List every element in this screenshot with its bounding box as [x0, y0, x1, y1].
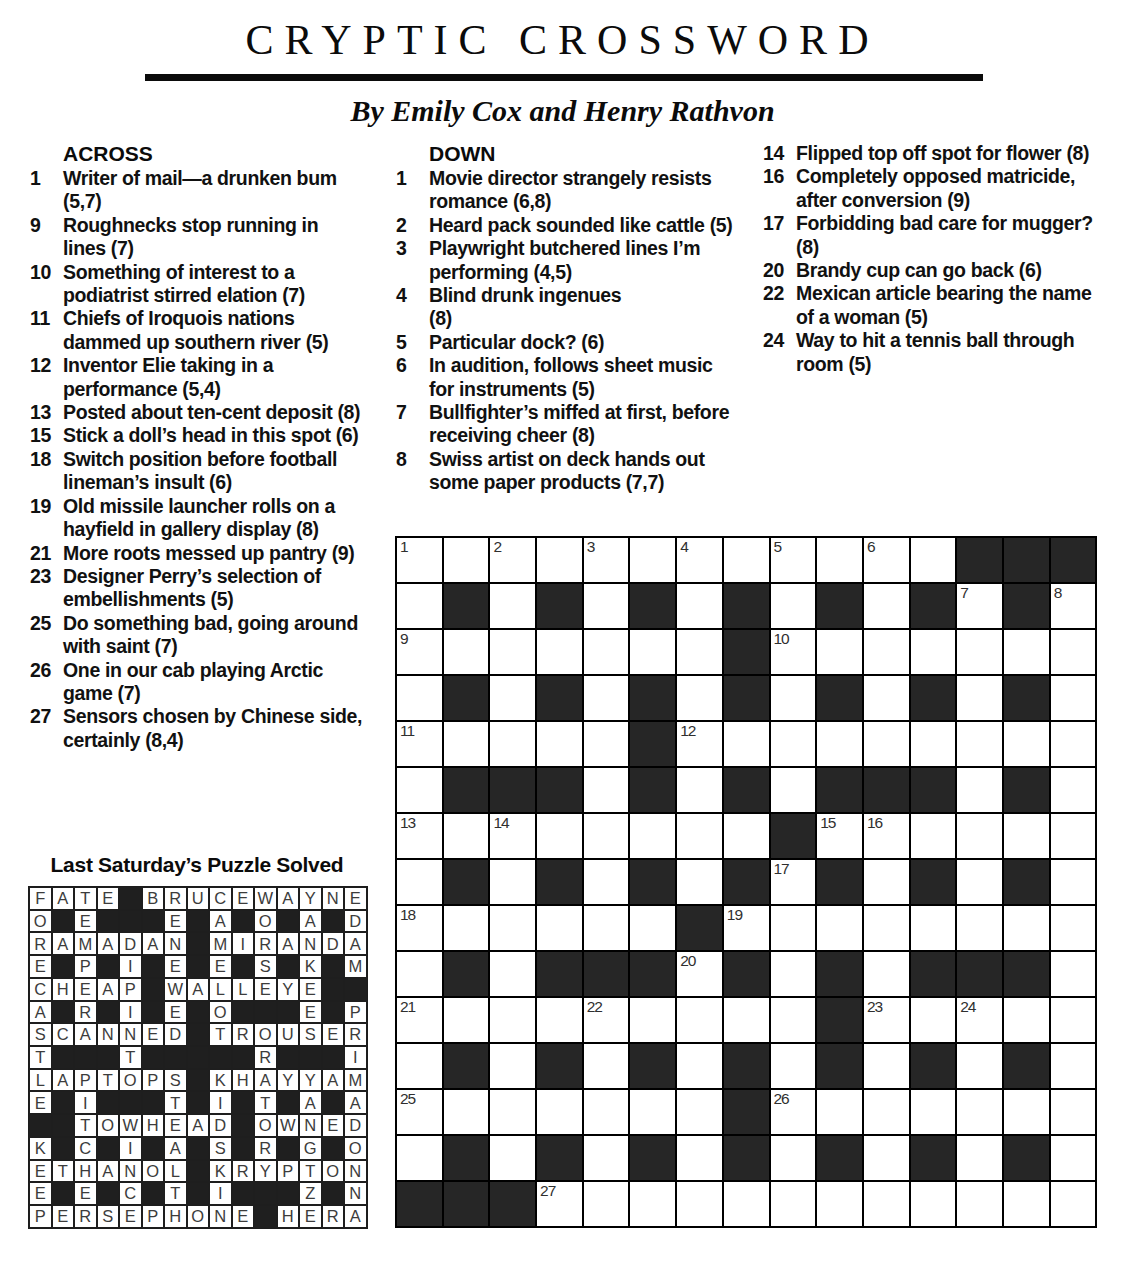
- clue-text: Something of interest to a podiatrist st…: [63, 261, 364, 308]
- grid-cell[interactable]: [1050, 629, 1097, 675]
- clue-text: Do something bad, going around with sain…: [63, 612, 364, 659]
- grid-cell[interactable]: [583, 813, 630, 859]
- cell-number: 14: [493, 814, 508, 832]
- grid-cell[interactable]: [629, 997, 676, 1043]
- grid-cell[interactable]: [770, 1135, 817, 1181]
- solved-letter-cell: T: [74, 1114, 97, 1137]
- clue-text: Old missile launcher rolls on a hayfield…: [63, 495, 364, 542]
- solved-black-cell: [187, 1001, 210, 1024]
- clue-number: 5: [396, 331, 429, 354]
- grid-cell[interactable]: [489, 1089, 536, 1135]
- grid-cell[interactable]: [489, 1135, 536, 1181]
- solved-letter-cell: A: [344, 932, 367, 955]
- grid-cell[interactable]: [1003, 721, 1050, 767]
- grid-cell[interactable]: [863, 859, 910, 905]
- solved-letter-cell: N: [119, 1023, 142, 1046]
- cell-number: 3: [587, 538, 595, 556]
- grid-cell[interactable]: 10: [770, 629, 817, 675]
- grid-cell[interactable]: [816, 537, 863, 583]
- grid-cell[interactable]: [536, 905, 583, 951]
- solved-black-cell: [97, 1182, 120, 1205]
- clue-text: Playwright butchered lines I’m performin…: [429, 237, 738, 284]
- solved-letter-cell: D: [344, 1114, 367, 1137]
- grid-cell[interactable]: [583, 1043, 630, 1089]
- solved-letter-cell: T: [74, 887, 97, 910]
- grid-cell[interactable]: [956, 1089, 1003, 1135]
- grid-cell[interactable]: [583, 629, 630, 675]
- solved-letter-cell: S: [97, 1205, 120, 1228]
- solved-letter-cell: W: [277, 1114, 300, 1137]
- grid-cell[interactable]: [1003, 997, 1050, 1043]
- solved-black-cell: [119, 887, 142, 910]
- grid-cell[interactable]: [583, 767, 630, 813]
- grid-cell[interactable]: [956, 629, 1003, 675]
- grid-cell[interactable]: [956, 905, 1003, 951]
- grid-cell[interactable]: 11: [396, 721, 443, 767]
- grid-cell[interactable]: [536, 1089, 583, 1135]
- grid-cell[interactable]: 4: [676, 537, 723, 583]
- solved-black-cell: [142, 978, 165, 1001]
- grid-cell[interactable]: [489, 721, 536, 767]
- grid-cell[interactable]: [863, 1135, 910, 1181]
- grid-cell[interactable]: [816, 1089, 863, 1135]
- solved-letter-cell: P: [74, 1069, 97, 1092]
- solved-letter-cell: N: [299, 1114, 322, 1137]
- black-cell: [723, 767, 770, 813]
- grid-cell[interactable]: [863, 629, 910, 675]
- solved-letter-cell: E: [142, 1023, 165, 1046]
- grid-cell[interactable]: [1003, 1181, 1050, 1227]
- solved-letter-cell: E: [344, 887, 367, 910]
- down-clue-list-continued: 14Flipped top off spot for flower (8)16C…: [763, 142, 1107, 376]
- clue-across-25: 25Do something bad, going around with sa…: [30, 612, 364, 659]
- solved-letter-cell: S: [299, 1023, 322, 1046]
- black-cell: [489, 1181, 536, 1227]
- cell-number: 7: [960, 584, 968, 602]
- cell-number: 4: [680, 538, 688, 556]
- clue-across-21: 21More roots messed up pantry (9): [30, 542, 364, 565]
- grid-cell[interactable]: [910, 1089, 957, 1135]
- grid-cell[interactable]: [583, 1181, 630, 1227]
- grid-cell[interactable]: [910, 997, 957, 1043]
- clue-text: One in our cab playing Arctic game (7): [63, 659, 364, 706]
- grid-cell[interactable]: [863, 583, 910, 629]
- grid-cell[interactable]: 15: [816, 813, 863, 859]
- solved-letter-cell: P: [119, 978, 142, 1001]
- grid-cell[interactable]: [1050, 859, 1097, 905]
- black-cell: [629, 767, 676, 813]
- grid-cell[interactable]: 20: [676, 951, 723, 997]
- solved-letter-cell: M: [74, 932, 97, 955]
- solved-letter-cell: H: [232, 1069, 255, 1092]
- grid-cell[interactable]: [536, 721, 583, 767]
- grid-cell[interactable]: [396, 675, 443, 721]
- grid-cell[interactable]: 1: [396, 537, 443, 583]
- solved-letter-cell: A: [344, 1205, 367, 1228]
- grid-cell[interactable]: [910, 629, 957, 675]
- grid-cell[interactable]: [956, 1135, 1003, 1181]
- black-cell: [816, 951, 863, 997]
- solved-black-cell: [254, 1205, 277, 1228]
- grid-cell[interactable]: [489, 583, 536, 629]
- grid-cell[interactable]: [396, 767, 443, 813]
- grid-cell[interactable]: [676, 1043, 723, 1089]
- grid-cell[interactable]: [770, 1043, 817, 1089]
- grid-cell[interactable]: [910, 721, 957, 767]
- grid-cell[interactable]: [396, 1135, 443, 1181]
- solved-letter-cell: L: [209, 978, 232, 1001]
- grid-cell[interactable]: 12: [676, 721, 723, 767]
- grid-cell[interactable]: [1003, 629, 1050, 675]
- grid-cell[interactable]: [723, 721, 770, 767]
- solved-letter-cell: E: [232, 887, 255, 910]
- grid-cell[interactable]: 19: [723, 905, 770, 951]
- clue-down-24: 24Way to hit a tennis ball through room …: [763, 329, 1107, 376]
- solved-black-cell: [232, 910, 255, 933]
- solved-black-cell: [232, 955, 255, 978]
- solved-letter-cell: K: [29, 1137, 52, 1160]
- solved-letter-cell: E: [164, 955, 187, 978]
- clue-text: Flipped top off spot for flower (8): [796, 142, 1107, 165]
- black-cell: [910, 859, 957, 905]
- clue-down-16: 16Completely opposed matricide, after co…: [763, 165, 1107, 212]
- black-cell: [863, 767, 910, 813]
- solved-black-cell: [97, 1001, 120, 1024]
- grid-cell[interactable]: [1003, 905, 1050, 951]
- clue-across-10: 10Something of interest to a podiatrist …: [30, 261, 364, 308]
- grid-cell[interactable]: [536, 997, 583, 1043]
- grid-cell[interactable]: [676, 583, 723, 629]
- solved-letter-cell: W: [119, 1114, 142, 1137]
- grid-cell[interactable]: 18: [396, 905, 443, 951]
- cell-number: 25: [400, 1090, 415, 1108]
- grid-cell[interactable]: [396, 951, 443, 997]
- grid-cell[interactable]: [910, 537, 957, 583]
- grid-cell[interactable]: [863, 675, 910, 721]
- grid-cell[interactable]: [676, 1181, 723, 1227]
- solved-letter-cell: A: [52, 887, 75, 910]
- grid-cell[interactable]: 17: [770, 859, 817, 905]
- solved-black-cell: [277, 1182, 300, 1205]
- black-cell: [1003, 1043, 1050, 1089]
- grid-cell[interactable]: [1050, 951, 1097, 997]
- black-cell: [956, 537, 1003, 583]
- solved-letter-cell: M: [209, 932, 232, 955]
- grid-cell[interactable]: [956, 1043, 1003, 1089]
- grid-cell[interactable]: 23: [863, 997, 910, 1043]
- grid-cell[interactable]: [536, 629, 583, 675]
- grid-cell[interactable]: [676, 813, 723, 859]
- clue-across-12: 12Inventor Elie taking in a performance …: [30, 354, 364, 401]
- cell-number: 5: [774, 538, 782, 556]
- grid-cell[interactable]: [443, 537, 490, 583]
- clue-text: Forbidding bad care for mugger? (8): [796, 212, 1107, 259]
- solved-letter-cell: E: [119, 1205, 142, 1228]
- grid-cell[interactable]: [770, 997, 817, 1043]
- grid-cell[interactable]: [443, 721, 490, 767]
- grid-cell[interactable]: 25: [396, 1089, 443, 1135]
- solved-letter-cell: E: [322, 1023, 345, 1046]
- solved-letter-cell: Y: [254, 1160, 277, 1183]
- grid-cell[interactable]: 2: [489, 537, 536, 583]
- solved-letter-cell: C: [119, 1182, 142, 1205]
- solved-letter-cell: P: [74, 955, 97, 978]
- solved-letter-cell: D: [209, 1114, 232, 1137]
- black-cell: [629, 951, 676, 997]
- cell-number: 21: [400, 998, 415, 1016]
- solved-letter-cell: A: [344, 1091, 367, 1114]
- grid-cell[interactable]: [443, 629, 490, 675]
- grid-cell[interactable]: [910, 905, 957, 951]
- solved-letter-cell: P: [142, 1205, 165, 1228]
- grid-cell[interactable]: [816, 629, 863, 675]
- solved-letter-cell: L: [164, 1160, 187, 1183]
- grid-cell[interactable]: [1050, 675, 1097, 721]
- grid-cell[interactable]: 26: [770, 1089, 817, 1135]
- clue-text: Brandy cup can go back (6): [796, 259, 1107, 282]
- solved-letter-cell: E: [97, 887, 120, 910]
- grid-cell[interactable]: [770, 1181, 817, 1227]
- grid-cell[interactable]: 16: [863, 813, 910, 859]
- black-cell: [1003, 859, 1050, 905]
- grid-cell[interactable]: [629, 1181, 676, 1227]
- grid-cell[interactable]: [1050, 997, 1097, 1043]
- cell-number: 19: [727, 906, 742, 924]
- grid-cell[interactable]: [629, 537, 676, 583]
- solved-letter-cell: E: [74, 910, 97, 933]
- clue-number: 4: [396, 284, 429, 331]
- solved-letter-cell: E: [232, 1205, 255, 1228]
- grid-cell[interactable]: [956, 1181, 1003, 1227]
- grid-cell[interactable]: [489, 905, 536, 951]
- grid-cell[interactable]: 27: [536, 1181, 583, 1227]
- grid-cell[interactable]: [629, 905, 676, 951]
- grid-cell[interactable]: 24: [956, 997, 1003, 1043]
- grid-cell[interactable]: 8: [1050, 583, 1097, 629]
- clue-across-13: 13Posted about ten-cent deposit (8): [30, 401, 364, 424]
- grid-cell[interactable]: [1050, 721, 1097, 767]
- grid-cell[interactable]: [396, 583, 443, 629]
- solved-black-cell: [322, 1137, 345, 1160]
- solved-black-cell: [277, 1046, 300, 1069]
- across-clue-list: 1Writer of mail—a drunken bum (5,7)9Roug…: [30, 167, 364, 752]
- down-clue-list: 1Movie director strangely resists romanc…: [396, 167, 738, 495]
- solved-letter-cell: G: [299, 1137, 322, 1160]
- solved-black-cell: [29, 1114, 52, 1137]
- grid-cell[interactable]: [583, 1089, 630, 1135]
- cell-number: 16: [867, 814, 882, 832]
- grid-cell[interactable]: [863, 1089, 910, 1135]
- solved-black-cell: [52, 1114, 75, 1137]
- cell-number: 26: [774, 1090, 789, 1108]
- grid-cell[interactable]: [583, 675, 630, 721]
- solved-black-cell: [344, 978, 367, 1001]
- grid-cell[interactable]: 22: [583, 997, 630, 1043]
- black-cell: [910, 583, 957, 629]
- grid-cell[interactable]: [1050, 1135, 1097, 1181]
- grid-cell[interactable]: [956, 813, 1003, 859]
- grid-cell[interactable]: [583, 905, 630, 951]
- grid-cell[interactable]: 6: [863, 537, 910, 583]
- grid-cell[interactable]: [676, 675, 723, 721]
- grid-cell[interactable]: [723, 537, 770, 583]
- grid-cell[interactable]: [770, 583, 817, 629]
- grid-cell[interactable]: [676, 767, 723, 813]
- grid-cell[interactable]: [443, 1089, 490, 1135]
- solved-letter-cell: S: [254, 955, 277, 978]
- grid-cell[interactable]: [863, 905, 910, 951]
- grid-cell[interactable]: [770, 721, 817, 767]
- clue-number: 7: [396, 401, 429, 448]
- black-cell: [443, 675, 490, 721]
- grid-cell[interactable]: [489, 859, 536, 905]
- solved-letter-cell: E: [254, 978, 277, 1001]
- grid-cell[interactable]: [863, 721, 910, 767]
- grid-cell[interactable]: [489, 675, 536, 721]
- solved-letter-cell: D: [322, 932, 345, 955]
- grid-cell[interactable]: [863, 1043, 910, 1089]
- solved-letter-cell: A: [97, 1160, 120, 1183]
- clue-text: More roots messed up pantry (9): [63, 542, 364, 565]
- grid-cell[interactable]: [910, 813, 957, 859]
- grid-cell[interactable]: [1003, 1089, 1050, 1135]
- clue-number: 20: [763, 259, 796, 282]
- black-cell: [956, 951, 1003, 997]
- grid-cell[interactable]: [583, 1135, 630, 1181]
- solved-black-cell: [322, 910, 345, 933]
- grid-cell[interactable]: [1050, 1043, 1097, 1089]
- black-cell: [1003, 675, 1050, 721]
- grid-cell[interactable]: [583, 583, 630, 629]
- solved-black-cell: [142, 1001, 165, 1024]
- grid-cell[interactable]: [489, 951, 536, 997]
- grid-cell[interactable]: 7: [956, 583, 1003, 629]
- clue-number: 11: [30, 307, 63, 354]
- grid-cell[interactable]: [536, 537, 583, 583]
- solved-letter-cell: R: [254, 1046, 277, 1069]
- solved-black-cell: [97, 1091, 120, 1114]
- solved-letter-cell: A: [74, 1023, 97, 1046]
- black-cell: [536, 951, 583, 997]
- grid-cell[interactable]: [443, 905, 490, 951]
- grid-cell[interactable]: [770, 675, 817, 721]
- newspaper-puzzle-page: CRYPTIC CROSSWORD By Emily Cox and Henry…: [0, 0, 1125, 1261]
- solved-letter-cell: A: [52, 932, 75, 955]
- grid-cell[interactable]: [723, 1181, 770, 1227]
- solved-letter-cell: E: [74, 978, 97, 1001]
- grid-cell[interactable]: [723, 997, 770, 1043]
- grid-cell[interactable]: [770, 905, 817, 951]
- grid-cell[interactable]: 9: [396, 629, 443, 675]
- grid-cell[interactable]: [676, 629, 723, 675]
- grid-cell[interactable]: [443, 997, 490, 1043]
- solved-black-cell: [277, 1091, 300, 1114]
- grid-cell[interactable]: [583, 859, 630, 905]
- grid-cell[interactable]: [676, 997, 723, 1043]
- solved-letter-cell: N: [344, 1182, 367, 1205]
- grid-cell[interactable]: [1050, 905, 1097, 951]
- grid-cell[interactable]: [1050, 1089, 1097, 1135]
- clue-text: Roughnecks stop running in lines (7): [63, 214, 364, 261]
- solved-letter-cell: A: [254, 1069, 277, 1092]
- black-cell: [629, 583, 676, 629]
- solved-black-cell: [322, 978, 345, 1001]
- grid-cell[interactable]: 13: [396, 813, 443, 859]
- grid-cell[interactable]: 5: [770, 537, 817, 583]
- black-cell: [1003, 583, 1050, 629]
- solved-black-cell: [52, 1091, 75, 1114]
- grid-cell[interactable]: [1050, 1181, 1097, 1227]
- grid-cell[interactable]: [1003, 813, 1050, 859]
- grid-cell[interactable]: [816, 905, 863, 951]
- grid-cell[interactable]: [956, 859, 1003, 905]
- solved-letter-cell: A: [164, 1137, 187, 1160]
- solved-letter-cell: W: [254, 887, 277, 910]
- grid-cell[interactable]: [629, 1089, 676, 1135]
- grid-cell[interactable]: [396, 1043, 443, 1089]
- grid-cell[interactable]: [676, 859, 723, 905]
- clue-across-11: 11Chiefs of Iroquois nations dammed up s…: [30, 307, 364, 354]
- grid-cell[interactable]: [770, 951, 817, 997]
- grid-cell[interactable]: [443, 813, 490, 859]
- solved-black-cell: [97, 1046, 120, 1069]
- grid-cell[interactable]: 21: [396, 997, 443, 1043]
- clue-number: 6: [396, 354, 429, 401]
- grid-cell[interactable]: [723, 813, 770, 859]
- solved-letter-cell: E: [29, 955, 52, 978]
- solved-letter-cell: C: [52, 1023, 75, 1046]
- grid-cell[interactable]: [816, 1181, 863, 1227]
- grid-cell[interactable]: [676, 1135, 723, 1181]
- grid-cell[interactable]: [1050, 813, 1097, 859]
- solved-letter-cell: T: [299, 1160, 322, 1183]
- grid-cell[interactable]: [816, 721, 863, 767]
- grid-cell[interactable]: [396, 859, 443, 905]
- solved-letter-cell: A: [29, 1001, 52, 1024]
- grid-cell[interactable]: [956, 675, 1003, 721]
- solved-letter-cell: S: [209, 1137, 232, 1160]
- grid-cell[interactable]: [910, 1181, 957, 1227]
- grid-cell[interactable]: [629, 813, 676, 859]
- grid-cell[interactable]: [863, 1181, 910, 1227]
- clue-down-14: 14Flipped top off spot for flower (8): [763, 142, 1107, 165]
- grid-cell[interactable]: [956, 767, 1003, 813]
- grid-cell[interactable]: [536, 813, 583, 859]
- solved-black-cell: [254, 1001, 277, 1024]
- solved-black-cell: [322, 1046, 345, 1069]
- grid-cell[interactable]: 14: [489, 813, 536, 859]
- grid-cell[interactable]: [489, 629, 536, 675]
- grid-cell[interactable]: [956, 721, 1003, 767]
- solved-letter-cell: P: [29, 1205, 52, 1228]
- clue-text: Mexican article bearing the name of a wo…: [796, 282, 1107, 329]
- solved-letter-cell: I: [119, 1001, 142, 1024]
- grid-cell[interactable]: [1050, 767, 1097, 813]
- grid-cell[interactable]: [770, 767, 817, 813]
- grid-cell[interactable]: 3: [583, 537, 630, 583]
- grid-cell[interactable]: [863, 951, 910, 997]
- clue-text: Posted about ten-cent deposit (8): [63, 401, 364, 424]
- grid-cell[interactable]: [489, 1043, 536, 1089]
- solved-black-cell: [277, 955, 300, 978]
- grid-cell[interactable]: [583, 721, 630, 767]
- clue-number: 1: [396, 167, 429, 214]
- solved-letter-cell: E: [164, 1001, 187, 1024]
- grid-cell[interactable]: [629, 629, 676, 675]
- clue-text: Sensors chosen by Chinese side, certainl…: [63, 705, 364, 752]
- grid-cell[interactable]: [489, 997, 536, 1043]
- grid-cell[interactable]: [676, 1089, 723, 1135]
